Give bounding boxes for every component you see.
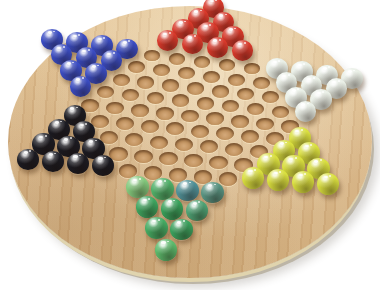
- marble-green[interactable]: [155, 239, 178, 261]
- board-hole[interactable]: [175, 138, 193, 151]
- board-hole[interactable]: [153, 64, 170, 76]
- board-hole[interactable]: [231, 115, 249, 128]
- marble-yellow[interactable]: [317, 173, 339, 195]
- board-hole[interactable]: [156, 107, 174, 120]
- board-hole[interactable]: [150, 136, 168, 149]
- board-hole[interactable]: [147, 92, 164, 105]
- board-hole[interactable]: [166, 122, 184, 135]
- board-hole[interactable]: [203, 71, 220, 83]
- board-hole[interactable]: [113, 74, 130, 86]
- marble-red[interactable]: [232, 40, 253, 61]
- board-hole[interactable]: [197, 97, 214, 110]
- board-hole[interactable]: [219, 172, 238, 186]
- marble-black[interactable]: [17, 149, 39, 171]
- board-hole[interactable]: [241, 130, 259, 143]
- board-hole[interactable]: [253, 77, 270, 89]
- marble-yellow[interactable]: [292, 171, 314, 193]
- marble-yellow[interactable]: [242, 167, 264, 189]
- marble-black[interactable]: [92, 155, 114, 177]
- photo-scene: [0, 0, 380, 290]
- marble-black[interactable]: [67, 153, 89, 175]
- board-hole[interactable]: [216, 127, 234, 140]
- board-hole[interactable]: [178, 67, 195, 79]
- board-hole[interactable]: [172, 94, 189, 107]
- board-hole[interactable]: [141, 120, 159, 133]
- board-hole[interactable]: [194, 56, 211, 68]
- marble-green[interactable]: [151, 178, 173, 200]
- marble-red[interactable]: [157, 30, 178, 51]
- board-hole[interactable]: [106, 102, 124, 115]
- marble-black[interactable]: [42, 151, 64, 173]
- board-hole[interactable]: [187, 82, 204, 94]
- board-hole[interactable]: [206, 112, 224, 125]
- board-hole[interactable]: [162, 79, 179, 91]
- board-hole[interactable]: [137, 76, 154, 88]
- marble-green[interactable]: [136, 196, 159, 218]
- board-hole[interactable]: [159, 152, 178, 165]
- marble-blue[interactable]: [70, 76, 92, 97]
- board-hole[interactable]: [128, 61, 145, 73]
- board-hole[interactable]: [200, 140, 218, 153]
- board-hole[interactable]: [181, 110, 199, 123]
- board-hole[interactable]: [125, 133, 143, 146]
- board-hole[interactable]: [191, 125, 209, 138]
- board-hole[interactable]: [225, 143, 243, 156]
- marble-red[interactable]: [207, 37, 228, 58]
- marble-red[interactable]: [182, 34, 203, 55]
- marble-green[interactable]: [170, 219, 193, 241]
- marble-green[interactable]: [176, 180, 198, 202]
- board-hole[interactable]: [272, 106, 289, 119]
- marble-green[interactable]: [161, 198, 184, 220]
- board-hole[interactable]: [228, 74, 245, 86]
- board-hole[interactable]: [134, 150, 153, 163]
- board-hole[interactable]: [122, 89, 139, 102]
- marble-green[interactable]: [145, 217, 168, 239]
- board-hole[interactable]: [256, 118, 274, 131]
- board-hole[interactable]: [209, 156, 228, 169]
- board-hole[interactable]: [212, 85, 229, 97]
- board-hole[interactable]: [219, 59, 236, 71]
- board-hole[interactable]: [97, 86, 114, 99]
- board-hole[interactable]: [184, 154, 203, 167]
- board-hole[interactable]: [247, 103, 264, 116]
- board-hole[interactable]: [237, 88, 254, 100]
- board-hole[interactable]: [116, 117, 134, 130]
- marble-green[interactable]: [201, 182, 223, 204]
- board-hole[interactable]: [244, 63, 261, 75]
- marble-white[interactable]: [295, 101, 317, 122]
- board-hole[interactable]: [144, 50, 161, 62]
- board-cells-layer: [0, 0, 380, 290]
- board-hole[interactable]: [262, 91, 279, 103]
- marble-green[interactable]: [126, 176, 148, 198]
- board-hole[interactable]: [222, 100, 239, 113]
- board-hole[interactable]: [131, 104, 149, 117]
- board-hole[interactable]: [169, 53, 186, 65]
- marble-yellow[interactable]: [267, 169, 289, 191]
